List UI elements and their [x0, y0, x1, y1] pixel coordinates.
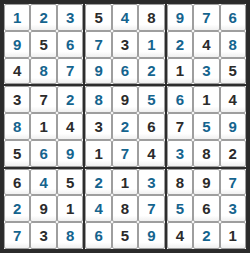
cell-r2c6[interactable]: 1	[138, 31, 164, 58]
sudoku-box-8: 213487659	[84, 168, 165, 250]
sudoku-box-2: 548731962	[84, 3, 165, 85]
cell-r9c3[interactable]: 8	[57, 222, 83, 249]
cell-r6c5[interactable]: 7	[112, 140, 138, 167]
cell-r1c9[interactable]: 6	[220, 4, 246, 31]
cell-r8c2[interactable]: 9	[30, 195, 56, 222]
cell-r1c3[interactable]: 3	[57, 4, 83, 31]
cell-r8c1[interactable]: 2	[4, 195, 30, 222]
sudoku-box-9: 897563421	[166, 168, 247, 250]
cell-r9c5[interactable]: 5	[112, 222, 138, 249]
cell-r7c2[interactable]: 4	[30, 169, 56, 196]
cell-r3c4[interactable]: 9	[85, 58, 111, 85]
cell-r2c2[interactable]: 5	[30, 31, 56, 58]
cell-r4c8[interactable]: 1	[193, 86, 219, 113]
cell-r2c9[interactable]: 8	[220, 31, 246, 58]
cell-r4c6[interactable]: 5	[138, 86, 164, 113]
cell-r1c1[interactable]: 1	[4, 4, 30, 31]
cell-r9c8[interactable]: 2	[193, 222, 219, 249]
cell-r1c5[interactable]: 4	[112, 4, 138, 31]
cell-r5c1[interactable]: 8	[4, 113, 30, 140]
cell-r2c1[interactable]: 9	[4, 31, 30, 58]
cell-r2c4[interactable]: 7	[85, 31, 111, 58]
cell-r6c8[interactable]: 8	[193, 140, 219, 167]
cell-r7c5[interactable]: 1	[112, 169, 138, 196]
cell-r1c2[interactable]: 2	[30, 4, 56, 31]
cell-r3c8[interactable]: 3	[193, 58, 219, 85]
cell-r3c7[interactable]: 1	[167, 58, 193, 85]
cell-r6c6[interactable]: 4	[138, 140, 164, 167]
cell-r9c6[interactable]: 9	[138, 222, 164, 249]
cell-r6c3[interactable]: 9	[57, 140, 83, 167]
cell-r1c7[interactable]: 9	[167, 4, 193, 31]
sudoku-box-4: 372814569	[3, 85, 84, 167]
cell-r2c3[interactable]: 6	[57, 31, 83, 58]
cell-r1c6[interactable]: 8	[138, 4, 164, 31]
cell-r5c6[interactable]: 6	[138, 113, 164, 140]
cell-r9c1[interactable]: 7	[4, 222, 30, 249]
cell-r3c9[interactable]: 5	[220, 58, 246, 85]
cell-r1c4[interactable]: 5	[85, 4, 111, 31]
cell-r4c9[interactable]: 4	[220, 86, 246, 113]
sudoku-box-5: 895326174	[84, 85, 165, 167]
cell-r7c3[interactable]: 5	[57, 169, 83, 196]
cell-r3c5[interactable]: 6	[112, 58, 138, 85]
cell-r6c4[interactable]: 1	[85, 140, 111, 167]
cell-r8c3[interactable]: 1	[57, 195, 83, 222]
cell-r5c3[interactable]: 4	[57, 113, 83, 140]
cell-r6c2[interactable]: 6	[30, 140, 56, 167]
sudoku-box-3: 976248135	[166, 3, 247, 85]
cell-r7c6[interactable]: 3	[138, 169, 164, 196]
sudoku-box-7: 645291738	[3, 168, 84, 250]
cell-r8c9[interactable]: 3	[220, 195, 246, 222]
cell-r9c9[interactable]: 1	[220, 222, 246, 249]
sudoku-board: 1239564875487319629762481353728145698953…	[0, 0, 250, 253]
cell-r4c2[interactable]: 7	[30, 86, 56, 113]
cell-r3c2[interactable]: 8	[30, 58, 56, 85]
cell-r4c7[interactable]: 6	[167, 86, 193, 113]
cell-r5c7[interactable]: 7	[167, 113, 193, 140]
cell-r4c5[interactable]: 9	[112, 86, 138, 113]
sudoku-box-1: 123956487	[3, 3, 84, 85]
cell-r8c4[interactable]: 4	[85, 195, 111, 222]
cell-r2c5[interactable]: 3	[112, 31, 138, 58]
cell-r7c8[interactable]: 9	[193, 169, 219, 196]
cell-r5c8[interactable]: 5	[193, 113, 219, 140]
cell-r4c4[interactable]: 8	[85, 86, 111, 113]
cell-r3c3[interactable]: 7	[57, 58, 83, 85]
cell-r3c1[interactable]: 4	[4, 58, 30, 85]
cell-r8c5[interactable]: 8	[112, 195, 138, 222]
cell-r5c2[interactable]: 1	[30, 113, 56, 140]
cell-r2c8[interactable]: 4	[193, 31, 219, 58]
cell-r7c7[interactable]: 8	[167, 169, 193, 196]
cell-r1c8[interactable]: 7	[193, 4, 219, 31]
cell-r8c7[interactable]: 5	[167, 195, 193, 222]
cell-r6c9[interactable]: 2	[220, 140, 246, 167]
cell-r7c9[interactable]: 7	[220, 169, 246, 196]
cell-r5c4[interactable]: 3	[85, 113, 111, 140]
cell-r4c1[interactable]: 3	[4, 86, 30, 113]
cell-r9c7[interactable]: 4	[167, 222, 193, 249]
cell-r7c1[interactable]: 6	[4, 169, 30, 196]
cell-r5c9[interactable]: 9	[220, 113, 246, 140]
cell-r6c7[interactable]: 3	[167, 140, 193, 167]
cell-r8c8[interactable]: 6	[193, 195, 219, 222]
cell-r5c5[interactable]: 2	[112, 113, 138, 140]
cell-r9c4[interactable]: 6	[85, 222, 111, 249]
cell-r9c2[interactable]: 3	[30, 222, 56, 249]
cell-r8c6[interactable]: 7	[138, 195, 164, 222]
sudoku-box-6: 614759382	[166, 85, 247, 167]
cell-r7c4[interactable]: 2	[85, 169, 111, 196]
cell-r3c6[interactable]: 2	[138, 58, 164, 85]
cell-r2c7[interactable]: 2	[167, 31, 193, 58]
cell-r4c3[interactable]: 2	[57, 86, 83, 113]
cell-r6c1[interactable]: 5	[4, 140, 30, 167]
